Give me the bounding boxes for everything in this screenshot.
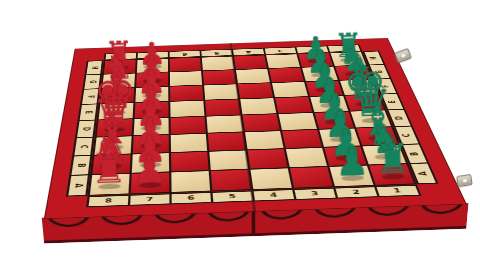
square-b6[interactable] — [171, 152, 209, 172]
coord-label: 1 — [341, 47, 348, 50]
chess-board: 87654321 87654321 HGFEDCBA HGFEDCBA ♜♞♝♛… — [44, 38, 467, 219]
coord-label: 4 — [245, 50, 251, 53]
square-a6[interactable] — [171, 171, 210, 192]
rook-glyph: ♜ — [90, 148, 128, 190]
photo-scene: 87654321 87654321 HGFEDCBA HGFEDCBA ♜♞♝♛… — [0, 0, 480, 260]
square-f4[interactable] — [238, 83, 273, 98]
square-c5[interactable] — [208, 132, 245, 150]
square-d5[interactable] — [207, 115, 243, 132]
square-b5[interactable] — [209, 150, 248, 169]
square-c6[interactable] — [171, 134, 207, 152]
square-g5[interactable] — [203, 70, 236, 85]
square-a3[interactable] — [290, 167, 333, 188]
latch-clasp-icon — [456, 174, 473, 187]
coord-label: 3 — [277, 49, 283, 52]
coord-cell: 6 — [172, 193, 211, 203]
square-f3[interactable] — [272, 82, 308, 97]
clasp-hole — [401, 54, 406, 58]
coord-label: 7 — [146, 197, 153, 203]
coord-label: 3 — [311, 191, 319, 197]
square-a5[interactable] — [211, 170, 251, 191]
square-f5[interactable] — [204, 84, 238, 99]
square-e3[interactable] — [275, 97, 312, 113]
coord-label: A — [73, 183, 84, 187]
latch-clasp-icon — [394, 48, 412, 63]
square-d6[interactable] — [171, 117, 206, 134]
square-g6[interactable] — [170, 71, 202, 86]
piece-green-rook[interactable]: ♜ — [369, 116, 416, 181]
coord-label: 6 — [182, 52, 188, 55]
coord-cell: 8 — [89, 196, 129, 206]
coord-label: H — [90, 66, 99, 69]
square-h5[interactable] — [202, 57, 234, 71]
square-h6[interactable] — [170, 58, 201, 72]
square-c4[interactable] — [245, 131, 284, 149]
coord-label: H — [369, 56, 378, 59]
coord-label: 7 — [150, 53, 156, 56]
piece-red-pawn[interactable]: ♟ — [125, 124, 172, 189]
square-d3[interactable] — [279, 113, 317, 130]
square-d4[interactable] — [243, 114, 280, 131]
clasp-hole — [462, 179, 466, 183]
coord-cell: 5 — [213, 192, 253, 202]
coord-label: B — [76, 163, 86, 167]
board-tilt-wrapper: 87654321 87654321 HGFEDCBA HGFEDCBA ♜♞♝♛… — [0, 0, 480, 260]
coord-label: 2 — [309, 48, 316, 51]
square-e4[interactable] — [240, 98, 276, 114]
pawn-glyph: ♟ — [334, 142, 370, 181]
coord-cell: 2 — [336, 187, 378, 197]
coord-label: 6 — [187, 195, 194, 201]
square-e6[interactable] — [170, 101, 204, 117]
coord-cell: 4 — [254, 190, 295, 200]
coord-label: 8 — [118, 55, 124, 58]
square-f6[interactable] — [170, 86, 203, 101]
square-g4[interactable] — [236, 69, 270, 84]
coord-cell: 1 — [377, 186, 419, 196]
square-e5[interactable] — [205, 99, 240, 115]
square-c3[interactable] — [282, 130, 322, 148]
square-b4[interactable] — [248, 149, 288, 168]
coord-cell: 3 — [295, 189, 336, 199]
coord-cell: 7 — [130, 194, 169, 204]
square-a4[interactable] — [250, 168, 291, 189]
coord-label: 5 — [229, 194, 237, 200]
coord-label: 8 — [105, 198, 113, 204]
coord-label: 2 — [352, 190, 361, 196]
pawn-glyph: ♟ — [132, 149, 168, 188]
square-b3[interactable] — [286, 148, 327, 167]
square-h4[interactable] — [234, 55, 267, 69]
coord-label: 4 — [270, 192, 278, 198]
rook-glyph: ♜ — [374, 138, 412, 180]
coord-cell: A — [68, 175, 87, 195]
coord-label: A — [417, 171, 429, 175]
coord-label: 1 — [393, 188, 402, 194]
coord-label: 5 — [214, 51, 220, 54]
square-h3[interactable] — [266, 54, 300, 68]
square-g3[interactable] — [269, 68, 304, 83]
